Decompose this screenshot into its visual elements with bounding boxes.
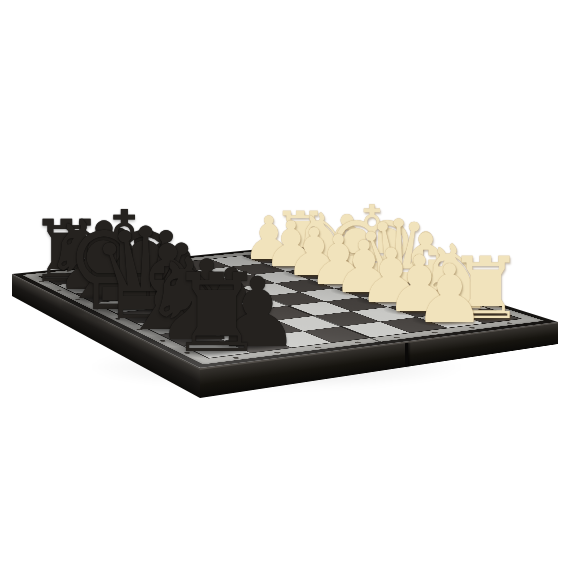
piece-shadow-c1: [384, 287, 449, 302]
piece-white-pawn: ♟: [285, 220, 344, 286]
piece-shadow-f7: [103, 284, 161, 298]
piece-white-pawn: ♟: [263, 214, 319, 277]
piece-white-pawn: ♟: [357, 239, 424, 314]
piece-shadow-e2: [307, 275, 357, 287]
piece-black-bishop: ♝: [57, 209, 152, 315]
piece-shadow-a2: [412, 312, 470, 326]
piece-shadow-g8: [41, 278, 110, 294]
piece-black-pawn: ♟: [145, 240, 223, 327]
chess-set-photo: ♜♞♝♚♛♝♞♜♟♟♟♟♟♟♟♟♟♟♟♟♟♟♟♟♜♞♝♚♛♝♞♜: [0, 0, 572, 572]
piece-black-king: ♚: [63, 194, 186, 331]
piece-white-pawn: ♟: [413, 254, 486, 335]
piece-black-pawn: ♟: [167, 248, 248, 338]
piece-shadow-d1: [354, 278, 424, 294]
piece-black-queen: ♛: [89, 212, 202, 339]
piece-shadow-a8: [167, 339, 245, 357]
piece-shadow-e8: [61, 293, 159, 316]
piece-shadow-b1: [414, 297, 478, 312]
piece-black-rook: ♜: [168, 260, 265, 369]
piece-black-knight: ♞: [42, 208, 128, 304]
piece-shadow-c7: [165, 313, 230, 328]
piece-black-pawn: ♟: [124, 233, 199, 317]
piece-white-queen: ♛: [355, 208, 442, 305]
piece-black-rook: ♜: [29, 209, 106, 294]
piece-shadow-g7: [85, 276, 141, 289]
piece-shadow-e1: [324, 268, 399, 286]
piece-white-knight: ♞: [291, 204, 355, 275]
piece-black-pawn: ♟: [86, 220, 156, 298]
piece-white-pawn: ♟: [332, 232, 396, 304]
piece-shadow-g2: [262, 259, 307, 270]
piece-shadow-d7: [144, 303, 207, 318]
piece-white-pawn: ♟: [242, 209, 296, 269]
piece-shadow-h2: [241, 252, 284, 262]
piece-black-bishop: ♝: [115, 230, 220, 347]
piece-shadow-h8: [28, 271, 89, 286]
piece-black-pawn: ♟: [214, 265, 300, 361]
piece-shadow-b8: [139, 327, 221, 346]
piece-shadow-f2: [284, 267, 331, 278]
piece-white-bishop: ♝: [385, 222, 466, 313]
piece-shadow-b2: [384, 302, 440, 315]
piece-shadow-h1: [272, 248, 317, 259]
piece-white-pawn: ♟: [308, 225, 370, 294]
piece-shadow-h7: [67, 268, 121, 281]
piece-shadow-c2: [357, 293, 411, 306]
piece-shadow-a7: [213, 335, 282, 351]
piece-shadow-d2: [331, 284, 383, 296]
piece-white-rook: ♜: [273, 204, 329, 266]
piece-shadow-b7: [189, 324, 256, 340]
piece-white-knight: ♞: [415, 232, 495, 321]
piece-shadow-g1: [290, 255, 341, 267]
piece-black-pawn: ♟: [68, 214, 135, 289]
piece-white-pawn: ♟: [385, 246, 455, 324]
piece-black-knight: ♞: [140, 244, 243, 358]
piece-black-pawn: ♟: [104, 226, 177, 307]
piece-shadow-c8: [114, 315, 199, 335]
pieces-layer: ♜♞♝♚♛♝♞♜♟♟♟♟♟♟♟♟♟♟♟♟♟♟♟♟♜♞♝♚♛♝♞♜: [0, 0, 572, 572]
piece-shadow-e7: [123, 293, 183, 307]
piece-shadow-a1: [447, 307, 508, 322]
piece-black-pawn: ♟: [190, 256, 273, 349]
piece-shadow-d8: [87, 304, 178, 326]
piece-shadow-f8: [55, 286, 131, 304]
piece-white-rook: ♜: [448, 246, 525, 331]
piece-shadow-f1: [311, 262, 368, 275]
piece-white-bishop: ♝: [311, 205, 382, 284]
piece-white-king: ♚: [326, 193, 419, 296]
